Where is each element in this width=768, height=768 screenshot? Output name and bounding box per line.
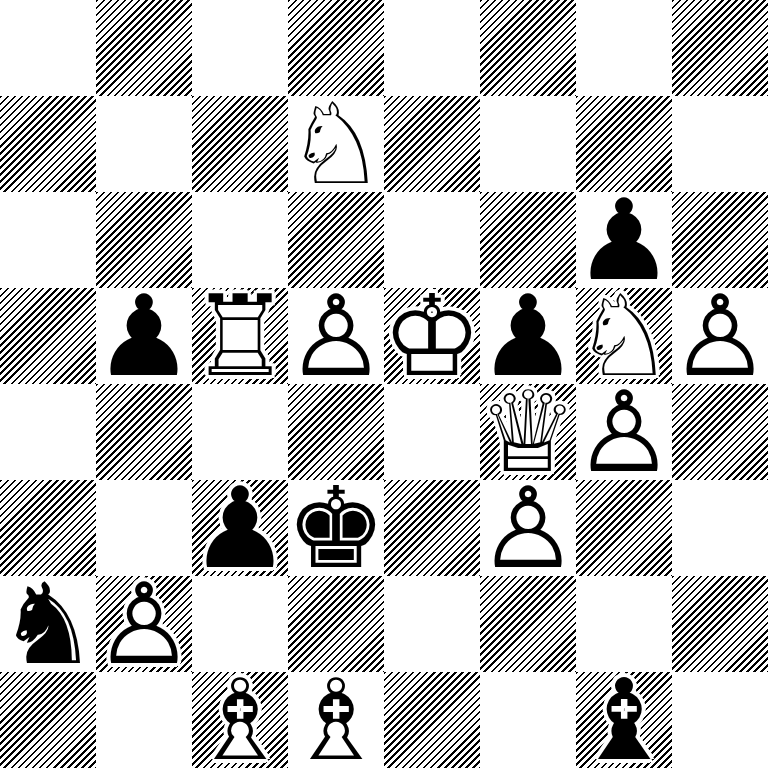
square-b7[interactable] — [96, 96, 192, 192]
white-knight: ♞♘ — [288, 96, 384, 192]
square-h1[interactable] — [672, 672, 768, 768]
square-c3[interactable]: ♟♟ — [192, 480, 288, 576]
black-king: ♚♚ — [288, 480, 384, 576]
piece-glyph: ♗ — [286, 672, 386, 768]
piece-glyph: ♟ — [190, 480, 290, 576]
piece-glyph: ♚ — [286, 480, 386, 576]
chess-board: ♞♘♟♟♟♟♜♖♟♙♚♔♟♟♞♘♟♙♛♕♟♙♟♟♚♚♟♙♞♞♟♙♝♗♝♗♝♝ — [0, 0, 768, 768]
piece-glyph: ♗ — [190, 672, 290, 768]
square-g8[interactable] — [576, 0, 672, 96]
white-bishop: ♝♗ — [288, 672, 384, 768]
square-e7[interactable] — [384, 96, 480, 192]
square-a8[interactable] — [0, 0, 96, 96]
white-pawn: ♟♙ — [480, 480, 576, 576]
piece-glyph: ♝ — [574, 672, 674, 768]
black-pawn: ♟♟ — [192, 480, 288, 576]
white-pawn: ♟♙ — [96, 576, 192, 672]
piece-glyph: ♞ — [0, 576, 98, 672]
piece-glyph: ♙ — [286, 288, 386, 384]
square-d3[interactable]: ♚♚ — [288, 480, 384, 576]
square-f8[interactable] — [480, 0, 576, 96]
square-b1[interactable] — [96, 672, 192, 768]
black-pawn: ♟♟ — [96, 288, 192, 384]
square-e8[interactable] — [384, 0, 480, 96]
square-e1[interactable] — [384, 672, 480, 768]
square-d1[interactable]: ♝♗ — [288, 672, 384, 768]
square-h8[interactable] — [672, 0, 768, 96]
square-a2[interactable]: ♞♞ — [0, 576, 96, 672]
square-b5[interactable]: ♟♟ — [96, 288, 192, 384]
piece-glyph: ♙ — [574, 384, 674, 480]
black-knight: ♞♞ — [0, 576, 96, 672]
square-c5[interactable]: ♜♖ — [192, 288, 288, 384]
white-pawn: ♟♙ — [576, 384, 672, 480]
black-bishop: ♝♝ — [576, 672, 672, 768]
square-f1[interactable] — [480, 672, 576, 768]
square-a1[interactable] — [0, 672, 96, 768]
square-h7[interactable] — [672, 96, 768, 192]
square-h3[interactable] — [672, 480, 768, 576]
square-e3[interactable] — [384, 480, 480, 576]
square-c1[interactable]: ♝♗ — [192, 672, 288, 768]
square-b2[interactable]: ♟♙ — [96, 576, 192, 672]
square-a7[interactable] — [0, 96, 96, 192]
piece-glyph: ♔ — [382, 288, 482, 384]
square-b4[interactable] — [96, 384, 192, 480]
square-g3[interactable] — [576, 480, 672, 576]
square-g1[interactable]: ♝♝ — [576, 672, 672, 768]
square-a5[interactable] — [0, 288, 96, 384]
white-pawn: ♟♙ — [672, 288, 768, 384]
white-bishop: ♝♗ — [192, 672, 288, 768]
square-e5[interactable]: ♚♔ — [384, 288, 480, 384]
square-b8[interactable] — [96, 0, 192, 96]
square-a4[interactable] — [0, 384, 96, 480]
square-e4[interactable] — [384, 384, 480, 480]
square-h5[interactable]: ♟♙ — [672, 288, 768, 384]
square-h4[interactable] — [672, 384, 768, 480]
square-f2[interactable] — [480, 576, 576, 672]
square-e2[interactable] — [384, 576, 480, 672]
piece-glyph: ♖ — [190, 288, 290, 384]
square-d7[interactable]: ♞♘ — [288, 96, 384, 192]
square-f7[interactable] — [480, 96, 576, 192]
square-g4[interactable]: ♟♙ — [576, 384, 672, 480]
piece-glyph: ♙ — [478, 480, 578, 576]
square-c8[interactable] — [192, 0, 288, 96]
white-king: ♚♔ — [384, 288, 480, 384]
square-a6[interactable] — [0, 192, 96, 288]
piece-glyph: ♘ — [286, 96, 386, 192]
white-pawn: ♟♙ — [288, 288, 384, 384]
white-rook: ♜♖ — [192, 288, 288, 384]
square-f3[interactable]: ♟♙ — [480, 480, 576, 576]
piece-glyph: ♙ — [670, 288, 768, 384]
piece-glyph: ♟ — [94, 288, 194, 384]
square-d5[interactable]: ♟♙ — [288, 288, 384, 384]
square-h2[interactable] — [672, 576, 768, 672]
square-c7[interactable] — [192, 96, 288, 192]
piece-glyph: ♙ — [94, 576, 194, 672]
